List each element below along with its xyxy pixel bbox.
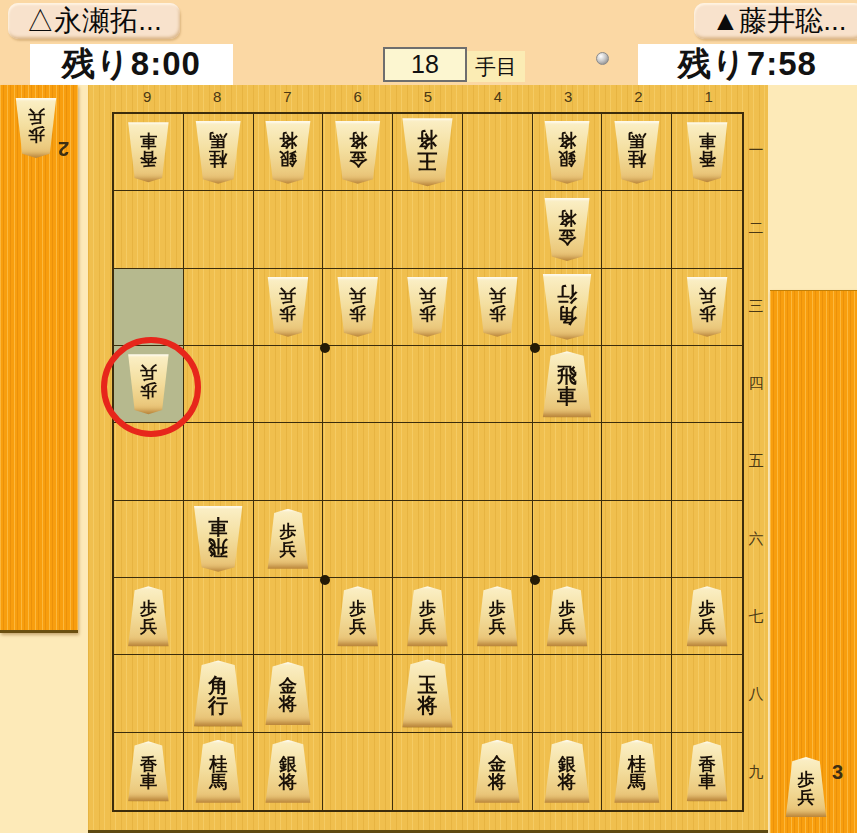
board-cell-7二[interactable] <box>254 191 324 268</box>
file-label: 6 <box>323 88 393 110</box>
piece-kanji: 歩兵 <box>28 108 45 143</box>
piece-kanji: 歩兵 <box>279 287 296 322</box>
piece-kanji: 銀将 <box>279 131 297 168</box>
shogi-piece-銀将-sente[interactable]: 銀将 <box>542 740 593 803</box>
file-labels: 987654321 <box>112 88 744 110</box>
rank-label: 九 <box>744 734 768 812</box>
board-cell-2五[interactable] <box>602 423 672 500</box>
board-cell-5七[interactable]: 歩兵 <box>393 578 463 655</box>
piece-kanji: 香車 <box>140 756 157 791</box>
board-cell-9三[interactable] <box>114 269 184 346</box>
rank-label: 三 <box>744 267 768 345</box>
board-cell-5六[interactable] <box>393 501 463 578</box>
piece-kanji: 金将 <box>349 131 367 168</box>
file-label: 4 <box>463 88 533 110</box>
board-cell-9八[interactable] <box>114 655 184 732</box>
sente-hand-count: 3 <box>832 761 843 784</box>
board-cell-4五[interactable] <box>463 423 533 500</box>
board-cell-8四[interactable] <box>184 346 254 423</box>
rank-label: 一 <box>744 112 768 190</box>
board-cell-2六[interactable] <box>602 501 672 578</box>
piece-kanji: 金将 <box>279 677 297 714</box>
board-cell-9九[interactable]: 香車 <box>114 733 184 810</box>
board-cell-3七[interactable]: 歩兵 <box>533 578 603 655</box>
board-cell-8八[interactable]: 角行 <box>184 655 254 732</box>
sente-clock: 残り7:58 <box>638 44 857 85</box>
shogi-piece-桂馬-sente[interactable]: 桂馬 <box>193 740 244 803</box>
shogi-piece-歩兵-gote[interactable]: 歩兵 <box>13 98 59 158</box>
board-cell-1七[interactable]: 歩兵 <box>672 578 742 655</box>
piece-kanji: 歩兵 <box>489 600 506 635</box>
board-cell-2三[interactable] <box>602 269 672 346</box>
piece-kanji: 王将 <box>417 129 437 171</box>
board-cell-7六[interactable]: 歩兵 <box>254 501 324 578</box>
board-cell-8九[interactable]: 桂馬 <box>184 733 254 810</box>
rank-labels: 一二三四五六七八九 <box>744 112 768 812</box>
board-cell-3四[interactable]: 飛車 <box>533 346 603 423</box>
board-cell-3九[interactable]: 銀将 <box>533 733 603 810</box>
board-cell-3三[interactable]: 角行 <box>533 269 603 346</box>
board-cell-4九[interactable]: 金将 <box>463 733 533 810</box>
board-cell-1一[interactable]: 香車 <box>672 114 742 191</box>
board-cell-8六[interactable]: 飛車 <box>184 501 254 578</box>
shogi-piece-歩兵-sente[interactable]: 歩兵 <box>684 586 730 646</box>
shogi-piece-桂馬-gote[interactable]: 桂馬 <box>193 121 244 184</box>
shogi-piece-歩兵-sente[interactable]: 歩兵 <box>783 757 829 817</box>
board-cell-7四[interactable] <box>254 346 324 423</box>
board-cell-2八[interactable] <box>602 655 672 732</box>
shogi-piece-飛車-gote[interactable]: 飛車 <box>191 506 246 572</box>
piece-kanji: 歩兵 <box>349 287 366 322</box>
gote-player-name-button[interactable]: △永瀬拓... <box>8 3 180 39</box>
piece-kanji: 歩兵 <box>419 600 436 635</box>
board-cell-1八[interactable] <box>672 655 742 732</box>
board-cell-8二[interactable] <box>184 191 254 268</box>
board-cell-2九[interactable]: 桂馬 <box>602 733 672 810</box>
piece-kanji: 桂馬 <box>209 755 227 792</box>
board-cell-4二[interactable] <box>463 191 533 268</box>
board-cell-3六[interactable] <box>533 501 603 578</box>
board-cell-6二[interactable] <box>323 191 393 268</box>
board-cell-5三[interactable]: 歩兵 <box>393 269 463 346</box>
shogi-piece-銀将-gote[interactable]: 銀将 <box>542 121 593 184</box>
file-label: 8 <box>182 88 252 110</box>
piece-kanji: 角行 <box>208 675 228 717</box>
shogi-piece-飛車-sente[interactable]: 飛車 <box>540 351 595 417</box>
board-cell-4七[interactable]: 歩兵 <box>463 578 533 655</box>
board-cell-9四[interactable]: 歩兵 <box>114 346 184 423</box>
shogi-piece-桂馬-gote[interactable]: 桂馬 <box>611 121 662 184</box>
board-cell-1二[interactable] <box>672 191 742 268</box>
board-cell-6五[interactable] <box>323 423 393 500</box>
board-cell-8五[interactable] <box>184 423 254 500</box>
board-cell-1三[interactable]: 歩兵 <box>672 269 742 346</box>
shogi-piece-金将-gote[interactable]: 金将 <box>542 198 593 261</box>
rank-label: 六 <box>744 500 768 578</box>
board-cell-9六[interactable] <box>114 501 184 578</box>
shogi-piece-歩兵-gote[interactable]: 歩兵 <box>474 277 520 337</box>
move-number-suffix: 手目 <box>467 51 525 82</box>
board-cell-6三[interactable]: 歩兵 <box>323 269 393 346</box>
board-cell-2二[interactable] <box>602 191 672 268</box>
file-label: 5 <box>393 88 463 110</box>
board-cell-4三[interactable]: 歩兵 <box>463 269 533 346</box>
piece-kanji: 香車 <box>699 756 716 791</box>
shogi-piece-歩兵-gote[interactable]: 歩兵 <box>684 277 730 337</box>
file-label: 9 <box>112 88 182 110</box>
board-cell-6七[interactable]: 歩兵 <box>323 578 393 655</box>
shogi-piece-角行-sente[interactable]: 角行 <box>191 660 246 726</box>
board-cell-4六[interactable] <box>463 501 533 578</box>
board-cell-5一[interactable]: 王将 <box>393 114 463 191</box>
gote-captured-tray: 歩兵2 <box>0 85 78 633</box>
board-cell-5二[interactable] <box>393 191 463 268</box>
piece-kanji: 桂馬 <box>628 755 646 792</box>
rank-label: 二 <box>744 190 768 268</box>
piece-kanji: 歩兵 <box>798 771 815 806</box>
board-cell-1四[interactable] <box>672 346 742 423</box>
rank-label: 五 <box>744 423 768 501</box>
piece-kanji: 歩兵 <box>699 600 716 635</box>
shogi-piece-歩兵-gote[interactable]: 歩兵 <box>265 277 311 337</box>
shogi-piece-香車-sente[interactable]: 香車 <box>125 741 171 801</box>
piece-kanji: 玉将 <box>417 675 437 717</box>
shogi-piece-角行-gote[interactable]: 角行 <box>540 274 595 340</box>
board-cell-6四[interactable] <box>323 346 393 423</box>
shogi-piece-歩兵-sente[interactable]: 歩兵 <box>335 586 381 646</box>
piece-kanji: 桂馬 <box>209 131 227 168</box>
piece-kanji: 歩兵 <box>489 287 506 322</box>
board-cell-6一[interactable]: 金将 <box>323 114 393 191</box>
piece-kanji: 飛車 <box>208 516 228 558</box>
board-cell-9七[interactable]: 歩兵 <box>114 578 184 655</box>
piece-kanji: 歩兵 <box>559 600 576 635</box>
board-cell-7七[interactable] <box>254 578 324 655</box>
piece-kanji: 歩兵 <box>279 523 296 558</box>
board-cell-4一[interactable] <box>463 114 533 191</box>
shogi-piece-歩兵-gote[interactable]: 歩兵 <box>335 277 381 337</box>
board-cell-1九[interactable]: 香車 <box>672 733 742 810</box>
board-cell-3二[interactable]: 金将 <box>533 191 603 268</box>
shogi-board: 987654321 一二三四五六七八九 香車桂馬銀将金将王将銀将桂馬香車金将歩兵… <box>88 85 768 833</box>
shogi-piece-歩兵-sente[interactable]: 歩兵 <box>125 586 171 646</box>
board-cell-9一[interactable]: 香車 <box>114 114 184 191</box>
piece-kanji: 金将 <box>558 209 576 246</box>
board-grid: 香車桂馬銀将金将王将銀将桂馬香車金将歩兵歩兵歩兵歩兵角行歩兵歩兵飛車飛車歩兵歩兵… <box>112 112 744 812</box>
board-cell-4八[interactable] <box>463 655 533 732</box>
board-cell-7八[interactable]: 金将 <box>254 655 324 732</box>
shogi-piece-歩兵-sente[interactable]: 歩兵 <box>474 586 520 646</box>
file-label: 2 <box>603 88 673 110</box>
board-cell-1五[interactable] <box>672 423 742 500</box>
rank-label: 八 <box>744 656 768 734</box>
board-cell-3五[interactable] <box>533 423 603 500</box>
board-cell-2七[interactable] <box>602 578 672 655</box>
shogi-piece-歩兵-gote[interactable]: 歩兵 <box>125 354 171 414</box>
gote-clock: 残り8:00 <box>30 44 233 85</box>
board-cell-1六[interactable] <box>672 501 742 578</box>
shogi-piece-金将-gote[interactable]: 金将 <box>332 121 383 184</box>
piece-kanji: 歩兵 <box>349 600 366 635</box>
shogi-piece-歩兵-gote[interactable]: 歩兵 <box>404 277 450 337</box>
board-cell-6八[interactable] <box>323 655 393 732</box>
piece-kanji: 香車 <box>699 132 716 167</box>
shogi-piece-金将-sente[interactable]: 金将 <box>472 740 523 803</box>
board-cell-5九[interactable] <box>393 733 463 810</box>
board-cell-9二[interactable] <box>114 191 184 268</box>
piece-kanji: 桂馬 <box>628 131 646 168</box>
board-cell-2一[interactable]: 桂馬 <box>602 114 672 191</box>
shogi-piece-銀将-sente[interactable]: 銀将 <box>262 740 313 803</box>
file-label: 7 <box>252 88 322 110</box>
board-cell-8三[interactable] <box>184 269 254 346</box>
piece-kanji: 銀将 <box>558 755 576 792</box>
shogi-piece-銀将-gote[interactable]: 銀将 <box>262 121 313 184</box>
shogi-piece-玉将-sente[interactable]: 玉将 <box>399 659 456 727</box>
board-cell-7九[interactable]: 銀将 <box>254 733 324 810</box>
board-cell-5五[interactable] <box>393 423 463 500</box>
file-label: 3 <box>533 88 603 110</box>
sente-player-name-button[interactable]: ▲藤井聡... <box>694 3 857 39</box>
board-cell-4四[interactable] <box>463 346 533 423</box>
status-sphere-icon <box>596 52 609 65</box>
piece-kanji: 飛車 <box>557 365 577 407</box>
piece-kanji: 歩兵 <box>699 287 716 322</box>
board-cell-9五[interactable] <box>114 423 184 500</box>
shogi-app: △永瀬拓... ▲藤井聡... 残り8:00 残り7:58 18 手目 歩兵2 … <box>0 0 857 833</box>
shogi-piece-香車-sente[interactable]: 香車 <box>684 741 730 801</box>
move-number-box: 18 <box>383 47 467 82</box>
board-cell-8一[interactable]: 桂馬 <box>184 114 254 191</box>
shogi-piece-王将-gote[interactable]: 王将 <box>399 118 456 186</box>
shogi-piece-香車-gote[interactable]: 香車 <box>684 122 730 182</box>
file-label: 1 <box>674 88 744 110</box>
board-cell-7三[interactable]: 歩兵 <box>254 269 324 346</box>
piece-kanji: 香車 <box>140 132 157 167</box>
board-cell-7一[interactable]: 銀将 <box>254 114 324 191</box>
piece-kanji: 歩兵 <box>140 600 157 635</box>
piece-kanji: 銀将 <box>558 131 576 168</box>
gote-hand-count: 2 <box>58 137 69 160</box>
board-cell-3一[interactable]: 銀将 <box>533 114 603 191</box>
piece-kanji: 金将 <box>488 755 506 792</box>
shogi-piece-桂馬-sente[interactable]: 桂馬 <box>611 740 662 803</box>
piece-kanji: 角行 <box>557 284 577 326</box>
shogi-piece-歩兵-sente[interactable]: 歩兵 <box>265 509 311 569</box>
board-cell-2四[interactable] <box>602 346 672 423</box>
board-cell-7五[interactable] <box>254 423 324 500</box>
sente-captured-tray: 歩兵3 <box>770 290 857 833</box>
rank-label: 七 <box>744 578 768 656</box>
shogi-piece-歩兵-sente[interactable]: 歩兵 <box>544 586 590 646</box>
rank-label: 四 <box>744 345 768 423</box>
top-bar: △永瀬拓... ▲藤井聡... 残り8:00 残り7:58 18 手目 <box>0 0 857 85</box>
board-cell-5四[interactable] <box>393 346 463 423</box>
board-cell-8七[interactable] <box>184 578 254 655</box>
piece-kanji: 歩兵 <box>140 364 157 399</box>
piece-kanji: 銀将 <box>279 755 297 792</box>
board-cell-6九[interactable] <box>323 733 393 810</box>
shogi-piece-香車-gote[interactable]: 香車 <box>125 122 171 182</box>
piece-kanji: 歩兵 <box>419 287 436 322</box>
board-cell-6六[interactable] <box>323 501 393 578</box>
shogi-piece-歩兵-sente[interactable]: 歩兵 <box>404 586 450 646</box>
shogi-piece-金将-sente[interactable]: 金将 <box>262 662 313 725</box>
board-cell-3八[interactable] <box>533 655 603 732</box>
board-cell-5八[interactable]: 玉将 <box>393 655 463 732</box>
